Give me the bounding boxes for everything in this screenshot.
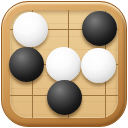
app-icon[interactable]	[0, 0, 128, 128]
grid-line-horizontal	[10, 95, 118, 96]
grid-line-horizontal	[10, 64, 118, 65]
go-board	[10, 10, 118, 118]
grid-line-horizontal	[10, 29, 118, 30]
